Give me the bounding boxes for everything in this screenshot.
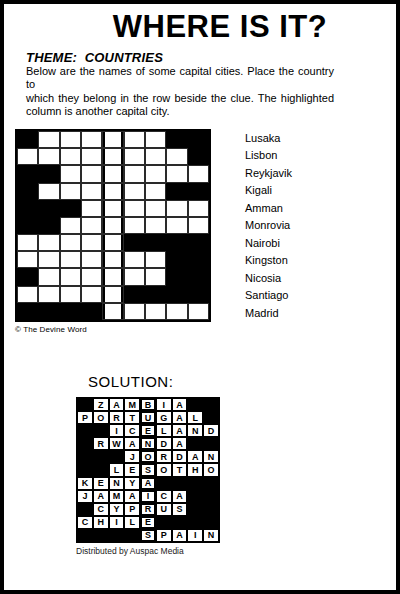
distributor-text: Distributed by Auspac Media xyxy=(76,546,184,556)
solution-cell-r7c1: K xyxy=(77,477,93,490)
solution-cell-r8c6: C xyxy=(156,490,172,503)
clue-monrovia: Monrovia xyxy=(245,217,292,235)
clue-nairobi: Nairobi xyxy=(245,234,292,252)
solution-cell-r11c1 xyxy=(77,529,93,542)
puzzle-cell-r3c3[interactable] xyxy=(60,165,81,182)
puzzle-cell-r4c5[interactable] xyxy=(102,183,123,200)
puzzle-cell-r1c6[interactable] xyxy=(124,131,145,148)
puzzle-cell-r7c2[interactable] xyxy=(38,234,59,251)
solution-cell-r7c2: E xyxy=(93,477,109,490)
solution-cell-r5c6: R xyxy=(156,450,172,463)
puzzle-cell-r1c9 xyxy=(188,131,209,148)
solution-cell-r2c9 xyxy=(203,411,219,424)
puzzle-cell-r11c4 xyxy=(81,303,102,320)
solution-cell-r6c2 xyxy=(93,463,109,476)
solution-cell-r2c1: P xyxy=(77,411,93,424)
clue-lisbon: Lisbon xyxy=(245,147,292,165)
puzzle-cell-r3c7[interactable] xyxy=(145,165,166,182)
solution-cell-r3c8: N xyxy=(187,424,203,437)
puzzle-cell-r6c7[interactable] xyxy=(145,217,166,234)
solution-grid: ZAMBIAPORTUGALICELANDRWANDAJORDANLESOTHO… xyxy=(76,397,220,543)
puzzle-cell-r8c6[interactable] xyxy=(124,251,145,268)
solution-cell-r11c7: A xyxy=(172,529,188,542)
puzzle-cell-r4c4[interactable] xyxy=(81,183,102,200)
solution-cell-r10c8 xyxy=(187,516,203,529)
puzzle-cell-r4c1 xyxy=(17,183,38,200)
solution-cell-r6c8: H xyxy=(187,463,203,476)
solution-label: SOLUTION: xyxy=(88,373,173,390)
puzzle-cell-r1c8 xyxy=(166,131,187,148)
clue-madrid: Madrid xyxy=(245,304,292,322)
solution-cell-r10c1: C xyxy=(77,516,93,529)
solution-cell-r3c3: I xyxy=(109,424,125,437)
puzzle-cell-r6c6[interactable] xyxy=(124,217,145,234)
solution-cell-r7c8 xyxy=(187,477,203,490)
solution-cell-r8c3: M xyxy=(109,490,125,503)
puzzle-page: WHERE IS IT? THEME: COUNTRIES Below are … xyxy=(0,0,400,594)
puzzle-cell-r5c1 xyxy=(17,200,38,217)
puzzle-cell-r9c6[interactable] xyxy=(124,268,145,285)
solution-cell-r3c9: D xyxy=(203,424,219,437)
puzzle-cell-r2c4[interactable] xyxy=(81,148,102,165)
puzzle-cell-r3c2 xyxy=(38,165,59,182)
puzzle-cell-r9c8 xyxy=(166,268,187,285)
puzzle-cell-r9c5[interactable] xyxy=(102,268,123,285)
solution-cell-r7c6 xyxy=(156,477,172,490)
solution-cell-r8c2: A xyxy=(93,490,109,503)
solution-cell-r7c9 xyxy=(203,477,219,490)
solution-cell-r7c4: Y xyxy=(124,477,140,490)
puzzle-cell-r1c3[interactable] xyxy=(60,131,81,148)
puzzle-cell-r11c1 xyxy=(17,303,38,320)
solution-cell-r4c6: D xyxy=(156,437,172,450)
solution-cell-r10c4: L xyxy=(124,516,140,529)
instructions-line: Below are the names of some capital citi… xyxy=(26,65,334,92)
puzzle-cell-r1c7[interactable] xyxy=(145,131,166,148)
puzzle-cell-r5c9[interactable] xyxy=(188,200,209,217)
puzzle-cell-r7c7 xyxy=(145,234,166,251)
puzzle-cell-r3c9[interactable] xyxy=(188,165,209,182)
puzzle-cell-r2c9 xyxy=(188,148,209,165)
solution-cell-r6c7: T xyxy=(172,463,188,476)
solution-cell-r8c4: A xyxy=(124,490,140,503)
copyright-text: © The Devine Word xyxy=(15,325,87,334)
puzzle-cell-r6c8[interactable] xyxy=(166,217,187,234)
solution-cell-r4c7: A xyxy=(172,437,188,450)
clue-amman: Amman xyxy=(245,199,292,217)
solution-cell-r3c4: C xyxy=(124,424,140,437)
clue-list: LusakaLisbonReykjavikKigaliAmmanMonrovia… xyxy=(245,129,292,322)
puzzle-cell-r7c6 xyxy=(124,234,145,251)
solution-cell-r8c7: A xyxy=(172,490,188,503)
puzzle-cell-r11c8[interactable] xyxy=(166,303,187,320)
instructions-line: column is another capital city. xyxy=(26,105,334,118)
puzzle-cell-r9c1 xyxy=(17,268,38,285)
solution-cell-r1c1 xyxy=(77,398,93,411)
solution-cell-r2c4: T xyxy=(124,411,140,424)
solution-cell-r9c1 xyxy=(77,503,93,516)
solution-cell-r6c9: O xyxy=(203,463,219,476)
solution-cell-r6c6: O xyxy=(156,463,172,476)
puzzle-cell-r10c1[interactable] xyxy=(17,286,38,303)
solution-cell-r2c2: O xyxy=(93,411,109,424)
puzzle-cell-r7c1[interactable] xyxy=(17,234,38,251)
solution-cell-r4c9 xyxy=(203,437,219,450)
puzzle-cell-r3c8[interactable] xyxy=(166,165,187,182)
puzzle-cell-r10c2[interactable] xyxy=(38,286,59,303)
puzzle-cell-r2c3[interactable] xyxy=(60,148,81,165)
puzzle-cell-r4c9 xyxy=(188,183,209,200)
puzzle-cell-r5c6[interactable] xyxy=(124,200,145,217)
puzzle-cell-r2c8[interactable] xyxy=(166,148,187,165)
puzzle-cell-r10c4[interactable] xyxy=(81,286,102,303)
solution-cell-r4c1 xyxy=(77,437,93,450)
solution-cell-r5c2 xyxy=(93,450,109,463)
solution-cell-r1c2: Z xyxy=(93,398,109,411)
puzzle-cell-r4c8 xyxy=(166,183,187,200)
solution-cell-r9c5: R xyxy=(140,503,156,516)
puzzle-cell-r3c4[interactable] xyxy=(81,165,102,182)
clue-kigali: Kigali xyxy=(245,182,292,200)
solution-cell-r7c3: N xyxy=(109,477,125,490)
solution-cell-r3c7: A xyxy=(172,424,188,437)
puzzle-cell-r9c7[interactable] xyxy=(145,268,166,285)
puzzle-cell-r8c2[interactable] xyxy=(38,251,59,268)
puzzle-cell-r2c5[interactable] xyxy=(102,148,123,165)
puzzle-cell-r8c3[interactable] xyxy=(60,251,81,268)
puzzle-cell-r9c4[interactable] xyxy=(81,268,102,285)
puzzle-cell-r9c2[interactable] xyxy=(38,268,59,285)
solution-cell-r10c5: E xyxy=(140,516,156,529)
solution-cell-r1c3: A xyxy=(109,398,125,411)
solution-cell-r7c5: A xyxy=(140,477,156,490)
puzzle-cell-r1c4[interactable] xyxy=(81,131,102,148)
puzzle-cell-r2c1[interactable] xyxy=(17,148,38,165)
puzzle-cell-r5c3 xyxy=(60,200,81,217)
puzzle-cell-r6c2 xyxy=(38,217,59,234)
puzzle-cell-r10c9 xyxy=(188,286,209,303)
puzzle-cell-r9c3[interactable] xyxy=(60,268,81,285)
solution-cell-r10c2: H xyxy=(93,516,109,529)
puzzle-cell-r6c4[interactable] xyxy=(81,217,102,234)
solution-cell-r7c7 xyxy=(172,477,188,490)
puzzle-cell-r4c2[interactable] xyxy=(38,183,59,200)
puzzle-cell-r5c7[interactable] xyxy=(145,200,166,217)
solution-cell-r5c1 xyxy=(77,450,93,463)
puzzle-cell-r8c7[interactable] xyxy=(145,251,166,268)
theme-label: THEME: COUNTRIES xyxy=(26,50,163,65)
solution-cell-r4c3: W xyxy=(109,437,125,450)
solution-cell-r8c5: I xyxy=(140,490,156,503)
clue-lusaka: Lusaka xyxy=(245,129,292,147)
puzzle-cell-r3c1 xyxy=(17,165,38,182)
solution-cell-r4c4: A xyxy=(124,437,140,450)
puzzle-cell-r2c7[interactable] xyxy=(145,148,166,165)
solution-cell-r5c7: D xyxy=(172,450,188,463)
puzzle-cell-r6c1 xyxy=(17,217,38,234)
solution-cell-r2c7: A xyxy=(172,411,188,424)
puzzle-cell-r4c3[interactable] xyxy=(60,183,81,200)
solution-cell-r4c5: N xyxy=(140,437,156,450)
puzzle-cell-r11c5[interactable] xyxy=(102,303,123,320)
clue-reykjavik: Reykjavik xyxy=(245,164,292,182)
solution-cell-r11c6: P xyxy=(156,529,172,542)
puzzle-cell-r9c9 xyxy=(188,268,209,285)
solution-cell-r2c3: R xyxy=(109,411,125,424)
solution-cell-r1c4: M xyxy=(124,398,140,411)
puzzle-cell-r6c9[interactable] xyxy=(188,217,209,234)
puzzle-cell-r3c5[interactable] xyxy=(102,165,123,182)
puzzle-cell-r11c3 xyxy=(60,303,81,320)
solution-cell-r8c9 xyxy=(203,490,219,503)
solution-cell-r9c6: U xyxy=(156,503,172,516)
solution-cell-r5c4: J xyxy=(124,450,140,463)
puzzle-cell-r7c8 xyxy=(166,234,187,251)
solution-cell-r5c3 xyxy=(109,450,125,463)
puzzle-cell-r6c5[interactable] xyxy=(102,217,123,234)
puzzle-cell-r6c3[interactable] xyxy=(60,217,81,234)
solution-cell-r3c1 xyxy=(77,424,93,437)
solution-cell-r11c2 xyxy=(93,529,109,542)
puzzle-cell-r1c2[interactable] xyxy=(38,131,59,148)
solution-cell-r3c6: L xyxy=(156,424,172,437)
instructions-line: which they belong in the row beside the … xyxy=(26,92,334,105)
puzzle-cell-r11c6[interactable] xyxy=(124,303,145,320)
solution-cell-r9c7: S xyxy=(172,503,188,516)
solution-cell-r11c5: S xyxy=(140,529,156,542)
solution-cell-r6c1 xyxy=(77,463,93,476)
solution-cell-r1c9 xyxy=(203,398,219,411)
puzzle-cell-r5c4[interactable] xyxy=(81,200,102,217)
clue-kingston: Kingston xyxy=(245,252,292,270)
puzzle-cell-r5c5[interactable] xyxy=(102,200,123,217)
puzzle-cell-r2c6[interactable] xyxy=(124,148,145,165)
solution-cell-r2c5: U xyxy=(140,411,156,424)
solution-cell-r2c8: L xyxy=(187,411,203,424)
puzzle-cell-r10c6 xyxy=(124,286,145,303)
puzzle-cell-r8c4[interactable] xyxy=(81,251,102,268)
instructions-text: Below are the names of some capital citi… xyxy=(26,65,334,119)
solution-cell-r10c7 xyxy=(172,516,188,529)
puzzle-cell-r1c1 xyxy=(17,131,38,148)
clue-santiago: Santiago xyxy=(245,287,292,305)
puzzle-cell-r10c3[interactable] xyxy=(60,286,81,303)
puzzle-cell-r8c8 xyxy=(166,251,187,268)
clue-nicosia: Nicosia xyxy=(245,269,292,287)
puzzle-cell-r10c8 xyxy=(166,286,187,303)
puzzle-cell-r11c9[interactable] xyxy=(188,303,209,320)
solution-cell-r9c9 xyxy=(203,503,219,516)
solution-cell-r9c8 xyxy=(187,503,203,516)
solution-cell-r4c2: R xyxy=(93,437,109,450)
puzzle-cell-r8c5[interactable] xyxy=(102,251,123,268)
solution-cell-r3c2 xyxy=(93,424,109,437)
puzzle-cell-r5c8[interactable] xyxy=(166,200,187,217)
puzzle-cell-r1c5[interactable] xyxy=(102,131,123,148)
solution-cell-r1c7: A xyxy=(172,398,188,411)
puzzle-cell-r8c1[interactable] xyxy=(17,251,38,268)
solution-cell-r9c2: C xyxy=(93,503,109,516)
puzzle-cell-r8c9 xyxy=(188,251,209,268)
solution-cell-r6c4: E xyxy=(124,463,140,476)
solution-cell-r1c6: I xyxy=(156,398,172,411)
solution-cell-r5c5: O xyxy=(140,450,156,463)
solution-cell-r10c3: I xyxy=(109,516,125,529)
solution-cell-r4c8 xyxy=(187,437,203,450)
solution-cell-r11c8: I xyxy=(187,529,203,542)
solution-cell-r1c8 xyxy=(187,398,203,411)
puzzle-cell-r10c5[interactable] xyxy=(102,286,123,303)
puzzle-cell-r2c2[interactable] xyxy=(38,148,59,165)
solution-cell-r11c3 xyxy=(109,529,125,542)
solution-cell-r5c8: A xyxy=(187,450,203,463)
solution-cell-r3c5: E xyxy=(140,424,156,437)
puzzle-cell-r5c2 xyxy=(38,200,59,217)
puzzle-cell-r7c5[interactable] xyxy=(102,234,123,251)
solution-cell-r9c3: Y xyxy=(109,503,125,516)
solution-cell-r10c6 xyxy=(156,516,172,529)
puzzle-cell-r7c9 xyxy=(188,234,209,251)
solution-cell-r2c6: G xyxy=(156,411,172,424)
solution-cell-r6c3: L xyxy=(109,463,125,476)
puzzle-cell-r10c7 xyxy=(145,286,166,303)
solution-cell-r11c4 xyxy=(124,529,140,542)
puzzle-cell-r4c6[interactable] xyxy=(124,183,145,200)
solution-cell-r11c9: N xyxy=(203,529,219,542)
page-title: WHERE IS IT? xyxy=(70,9,370,45)
puzzle-cell-r11c2 xyxy=(38,303,59,320)
puzzle-grid xyxy=(15,129,211,322)
solution-cell-r1c5: B xyxy=(140,398,156,411)
solution-cell-r8c1: J xyxy=(77,490,93,503)
puzzle-cell-r3c6[interactable] xyxy=(124,165,145,182)
solution-cell-r10c9 xyxy=(203,516,219,529)
solution-cell-r8c8 xyxy=(187,490,203,503)
solution-cell-r6c5: S xyxy=(140,463,156,476)
solution-cell-r5c9: N xyxy=(203,450,219,463)
puzzle-cell-r7c4[interactable] xyxy=(81,234,102,251)
puzzle-cell-r11c7[interactable] xyxy=(145,303,166,320)
puzzle-cell-r4c7[interactable] xyxy=(145,183,166,200)
puzzle-cell-r7c3[interactable] xyxy=(60,234,81,251)
solution-cell-r9c4: P xyxy=(124,503,140,516)
